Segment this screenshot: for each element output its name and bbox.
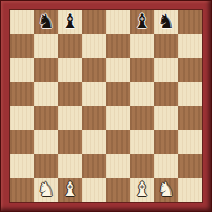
square-e1[interactable]: [106, 178, 130, 202]
square-c3[interactable]: [58, 130, 82, 154]
white-bishop[interactable]: ♝: [58, 178, 82, 202]
square-f8[interactable]: ♝: [130, 10, 154, 34]
square-d2[interactable]: [82, 154, 106, 178]
square-g5[interactable]: [154, 82, 178, 106]
square-c7[interactable]: [58, 34, 82, 58]
white-knight[interactable]: ♞: [154, 178, 178, 202]
square-f7[interactable]: [130, 34, 154, 58]
square-b3[interactable]: [34, 130, 58, 154]
square-b8[interactable]: ♞: [34, 10, 58, 34]
black-bishop[interactable]: ♝: [58, 10, 82, 34]
square-b2[interactable]: [34, 154, 58, 178]
square-g3[interactable]: [154, 130, 178, 154]
square-d3[interactable]: [82, 130, 106, 154]
square-b4[interactable]: [34, 106, 58, 130]
square-a1[interactable]: [10, 178, 34, 202]
square-d1[interactable]: [82, 178, 106, 202]
square-e3[interactable]: [106, 130, 130, 154]
square-h8[interactable]: [178, 10, 202, 34]
square-e7[interactable]: [106, 34, 130, 58]
square-g6[interactable]: [154, 58, 178, 82]
square-c8[interactable]: ♝: [58, 10, 82, 34]
square-h3[interactable]: [178, 130, 202, 154]
white-knight[interactable]: ♞: [34, 178, 58, 202]
white-bishop[interactable]: ♝: [130, 178, 154, 202]
square-c6[interactable]: [58, 58, 82, 82]
square-d8[interactable]: [82, 10, 106, 34]
square-d7[interactable]: [82, 34, 106, 58]
square-a4[interactable]: [10, 106, 34, 130]
square-b7[interactable]: [34, 34, 58, 58]
square-a7[interactable]: [10, 34, 34, 58]
square-h2[interactable]: [178, 154, 202, 178]
square-f5[interactable]: [130, 82, 154, 106]
square-f4[interactable]: [130, 106, 154, 130]
square-h6[interactable]: [178, 58, 202, 82]
square-e6[interactable]: [106, 58, 130, 82]
square-a3[interactable]: [10, 130, 34, 154]
square-b5[interactable]: [34, 82, 58, 106]
square-a2[interactable]: [10, 154, 34, 178]
square-c1[interactable]: ♝: [58, 178, 82, 202]
square-h4[interactable]: [178, 106, 202, 130]
square-f6[interactable]: [130, 58, 154, 82]
black-bishop[interactable]: ♝: [130, 10, 154, 34]
square-d5[interactable]: [82, 82, 106, 106]
square-f2[interactable]: [130, 154, 154, 178]
square-d6[interactable]: [82, 58, 106, 82]
square-c5[interactable]: [58, 82, 82, 106]
square-f1[interactable]: ♝: [130, 178, 154, 202]
square-e2[interactable]: [106, 154, 130, 178]
square-f3[interactable]: [130, 130, 154, 154]
square-a5[interactable]: [10, 82, 34, 106]
square-d4[interactable]: [82, 106, 106, 130]
square-h5[interactable]: [178, 82, 202, 106]
chess-board: ♞♝♝♞♞♝♝♞: [10, 10, 202, 202]
square-b1[interactable]: ♞: [34, 178, 58, 202]
square-h1[interactable]: [178, 178, 202, 202]
black-knight[interactable]: ♞: [154, 10, 178, 34]
square-g2[interactable]: [154, 154, 178, 178]
square-c2[interactable]: [58, 154, 82, 178]
square-a8[interactable]: [10, 10, 34, 34]
square-g4[interactable]: [154, 106, 178, 130]
square-h7[interactable]: [178, 34, 202, 58]
square-a6[interactable]: [10, 58, 34, 82]
square-g8[interactable]: ♞: [154, 10, 178, 34]
square-b6[interactable]: [34, 58, 58, 82]
square-e4[interactable]: [106, 106, 130, 130]
square-c4[interactable]: [58, 106, 82, 130]
black-knight[interactable]: ♞: [34, 10, 58, 34]
chess-board-frame: ♞♝♝♞♞♝♝♞: [0, 0, 212, 212]
square-e8[interactable]: [106, 10, 130, 34]
square-g7[interactable]: [154, 34, 178, 58]
square-g1[interactable]: ♞: [154, 178, 178, 202]
square-e5[interactable]: [106, 82, 130, 106]
